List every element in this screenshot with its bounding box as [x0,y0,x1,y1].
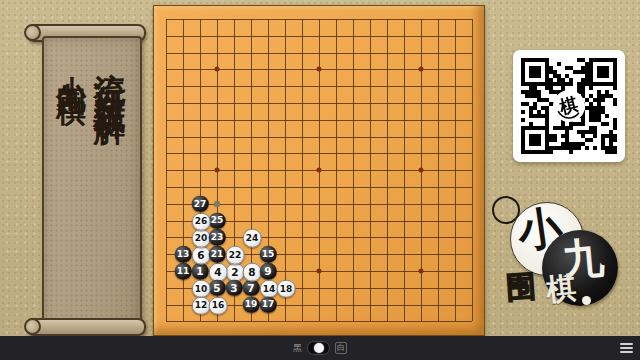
move-number: 16 [212,301,225,310]
scroll-top-curl-icon [24,24,41,41]
stone-black-5: 5 [209,280,226,297]
stone-black-23: 23 [209,229,226,246]
star-point [317,269,322,274]
stone-black-9: 9 [260,263,277,280]
lesson-title: 流行新定式讲解 [88,47,132,96]
go-board[interactable]: 1234567891011121314151617181920212223242… [153,5,485,336]
scroll-bottom-roll [26,318,146,336]
move-number: 7 [247,283,254,294]
bottom-bar: 黑 白 [0,336,640,360]
stone-white-24: 24 [243,229,262,248]
color-toggle[interactable] [307,341,330,355]
board-grid: 1234567891011121314151617181920212223242… [166,19,472,321]
logo-char-xiao: 小 [515,205,565,255]
stone-white-14: 14 [260,280,279,299]
screen: 流行新定式讲解 小九围棋 123456789101112131415161718… [0,0,640,360]
move-number: 3 [230,283,237,294]
stone-black-17: 17 [260,296,277,313]
move-number: 26 [195,217,208,226]
black-label: 黑 [293,342,302,355]
logo-char-wei: 围 [505,271,537,303]
stone-black-13: 13 [175,246,192,263]
stone-black-25: 25 [209,212,226,229]
stone-white-16: 16 [209,296,228,315]
stone-white-8: 8 [243,263,262,282]
move-number: 13 [177,250,190,259]
stone-black-1: 1 [192,263,209,280]
stone-black-3: 3 [226,280,243,297]
move-number: 17 [262,300,275,309]
move-number: 25 [211,216,224,225]
stone-black-21: 21 [209,246,226,263]
move-number: 8 [248,267,255,278]
move-number: 9 [264,266,271,277]
move-number: 4 [214,267,221,278]
stone-white-2: 2 [226,263,245,282]
stone-white-26: 26 [192,212,211,231]
stone-black-11: 11 [175,263,192,280]
star-point [215,168,220,173]
stone-white-18: 18 [277,280,296,299]
toggle-knob[interactable] [314,343,324,353]
move-number: 6 [197,250,204,261]
turn-control: 黑 白 [293,341,347,355]
stone-white-4: 4 [209,263,228,282]
star-point [215,67,220,72]
star-point [317,67,322,72]
move-number: 1 [196,266,203,277]
move-number: 27 [194,199,207,208]
move-number: 24 [246,234,259,243]
star-point [419,168,424,173]
stone-black-7: 7 [243,280,260,297]
move-number: 22 [229,251,242,260]
stone-black-15: 15 [260,246,277,263]
scroll-bottom-curl-icon [24,318,41,335]
qr-code [513,50,625,162]
qr-canvas [521,58,617,154]
app-logo: 小 九 围 棋 [492,196,632,326]
logo-dot-icon [582,296,591,305]
app-name: 小九围棋 [50,51,91,79]
stone-white-22: 22 [226,246,245,265]
move-number: 20 [195,234,208,243]
move-number: 18 [280,284,293,293]
white-label: 白 [335,342,347,354]
stone-white-12: 12 [192,296,211,315]
stone-white-10: 10 [192,280,211,299]
star-point [419,67,424,72]
stone-black-27: 27 [192,196,209,213]
move-number: 15 [262,250,275,259]
move-number: 19 [245,300,258,309]
star-point [317,168,322,173]
move-number: 12 [195,301,208,310]
move-number: 10 [195,284,208,293]
logo-char-qi: 棋 [545,273,578,306]
stone-white-20: 20 [192,229,211,248]
move-number: 21 [211,250,224,259]
move-number: 5 [213,283,220,294]
stone-white-6: 6 [192,246,211,265]
move-number: 23 [211,233,224,242]
move-number: 14 [263,284,276,293]
stone-black-19: 19 [243,296,260,313]
next-move-marker [214,201,220,207]
menu-icon[interactable] [620,343,633,353]
move-number: 2 [231,267,238,278]
move-number: 11 [177,267,190,276]
star-point [419,269,424,274]
